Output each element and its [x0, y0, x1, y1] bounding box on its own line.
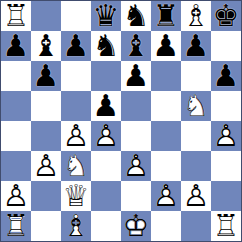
piece-white-rook[interactable]: ♜♖ [1, 211, 31, 241]
piece-black-pawn[interactable]: ♟ [1, 31, 31, 61]
square-b3[interactable]: ♟♙ [31, 151, 61, 181]
square-b6[interactable]: ♟ [31, 61, 61, 91]
square-g7[interactable]: ♟ [181, 31, 211, 61]
white-piece-outline-glyph: ♘ [61, 151, 91, 181]
white-piece-outline-glyph: ♕ [61, 181, 91, 211]
square-g3[interactable] [181, 151, 211, 181]
piece-white-pawn[interactable]: ♟♙ [91, 121, 121, 151]
white-piece-outline-glyph: ♔ [121, 211, 151, 241]
square-c2[interactable]: ♛♕ [61, 181, 91, 211]
white-piece-outline-glyph: ♖ [1, 211, 31, 241]
piece-white-knight[interactable]: ♞♘ [181, 91, 211, 121]
piece-black-rook[interactable]: ♜ [151, 1, 181, 31]
square-a1[interactable]: ♜♖ [1, 211, 31, 241]
white-piece-outline-glyph: ♙ [121, 151, 151, 181]
piece-white-rook[interactable]: ♜♖ [211, 211, 241, 241]
piece-black-bishop[interactable]: ♝ [31, 31, 61, 61]
square-e3[interactable]: ♟♙ [121, 151, 151, 181]
piece-black-bishop[interactable]: ♝ [121, 31, 151, 61]
black-piece-glyph: ♞ [121, 1, 151, 31]
square-a3[interactable] [1, 151, 31, 181]
square-g5[interactable]: ♞♘ [181, 91, 211, 121]
square-f8[interactable]: ♜ [151, 1, 181, 31]
piece-black-pawn[interactable]: ♟ [121, 61, 151, 91]
white-piece-outline-glyph: ♙ [181, 181, 211, 211]
chess-board: ♜♖♛♞♜♝♗♚♟♝♟♞♝♟♟♟♟♟♟♞♘♟♙♟♙♟♙♟♙♞♘♟♙♟♙♛♕♟♙♟… [0, 0, 242, 242]
piece-black-pawn[interactable]: ♟ [61, 31, 91, 61]
white-piece-outline-glyph: ♗ [181, 1, 211, 31]
piece-white-pawn[interactable]: ♟♙ [151, 181, 181, 211]
piece-white-bishop[interactable]: ♝♗ [181, 1, 211, 31]
piece-black-king[interactable]: ♚ [211, 1, 241, 31]
square-b5[interactable] [31, 91, 61, 121]
white-piece-outline-glyph: ♙ [151, 181, 181, 211]
square-c6[interactable] [61, 61, 91, 91]
piece-black-pawn[interactable]: ♟ [91, 91, 121, 121]
piece-white-pawn[interactable]: ♟♙ [31, 151, 61, 181]
square-h3[interactable] [211, 151, 241, 181]
square-e4[interactable] [121, 121, 151, 151]
square-d2[interactable] [91, 181, 121, 211]
piece-white-knight[interactable]: ♞♘ [61, 151, 91, 181]
square-d1[interactable] [91, 211, 121, 241]
piece-black-queen[interactable]: ♛ [91, 1, 121, 31]
piece-white-pawn[interactable]: ♟♙ [1, 181, 31, 211]
piece-white-king[interactable]: ♚♔ [121, 211, 151, 241]
square-c7[interactable]: ♟ [61, 31, 91, 61]
square-g1[interactable] [181, 211, 211, 241]
white-piece-outline-glyph: ♖ [211, 211, 241, 241]
square-h5[interactable] [211, 91, 241, 121]
square-d5[interactable]: ♟ [91, 91, 121, 121]
black-piece-glyph: ♞ [91, 31, 121, 61]
white-piece-outline-glyph: ♙ [1, 181, 31, 211]
square-f3[interactable] [151, 151, 181, 181]
square-c5[interactable] [61, 91, 91, 121]
square-c3[interactable]: ♞♘ [61, 151, 91, 181]
black-piece-glyph: ♝ [121, 31, 151, 61]
black-piece-glyph: ♛ [91, 1, 121, 31]
square-e8[interactable]: ♞ [121, 1, 151, 31]
square-h2[interactable] [211, 181, 241, 211]
square-a5[interactable] [1, 91, 31, 121]
black-piece-glyph: ♟ [61, 31, 91, 61]
square-c4[interactable]: ♟♙ [61, 121, 91, 151]
black-piece-glyph: ♚ [211, 1, 241, 31]
chess-board-container: ♜♖♛♞♜♝♗♚♟♝♟♞♝♟♟♟♟♟♟♞♘♟♙♟♙♟♙♟♙♞♘♟♙♟♙♛♕♟♙♟… [0, 0, 242, 242]
black-piece-glyph: ♟ [151, 31, 181, 61]
square-a6[interactable] [1, 61, 31, 91]
black-piece-glyph: ♜ [151, 1, 181, 31]
piece-white-pawn[interactable]: ♟♙ [121, 151, 151, 181]
square-e7[interactable]: ♝ [121, 31, 151, 61]
piece-white-pawn[interactable]: ♟♙ [211, 121, 241, 151]
piece-black-knight[interactable]: ♞ [121, 1, 151, 31]
black-piece-glyph: ♝ [31, 31, 61, 61]
piece-white-bishop[interactable]: ♝♗ [61, 211, 91, 241]
square-b4[interactable] [31, 121, 61, 151]
square-c1[interactable]: ♝♗ [61, 211, 91, 241]
piece-white-queen[interactable]: ♛♕ [61, 181, 91, 211]
black-piece-glyph: ♟ [211, 61, 241, 91]
white-piece-outline-glyph: ♙ [31, 151, 61, 181]
square-b8[interactable] [31, 1, 61, 31]
square-d6[interactable] [91, 61, 121, 91]
square-b2[interactable] [31, 181, 61, 211]
square-c8[interactable] [61, 1, 91, 31]
square-f1[interactable] [151, 211, 181, 241]
piece-white-pawn[interactable]: ♟♙ [61, 121, 91, 151]
square-e2[interactable] [121, 181, 151, 211]
square-e1[interactable]: ♚♔ [121, 211, 151, 241]
square-f2[interactable]: ♟♙ [151, 181, 181, 211]
square-g2[interactable]: ♟♙ [181, 181, 211, 211]
square-h8[interactable]: ♚ [211, 1, 241, 31]
black-piece-glyph: ♟ [121, 61, 151, 91]
black-piece-glyph: ♟ [181, 31, 211, 61]
white-piece-outline-glyph: ♙ [211, 121, 241, 151]
square-f5[interactable] [151, 91, 181, 121]
square-g4[interactable] [181, 121, 211, 151]
black-piece-glyph: ♟ [1, 31, 31, 61]
white-piece-outline-glyph: ♖ [1, 1, 31, 31]
square-d4[interactable]: ♟♙ [91, 121, 121, 151]
square-h6[interactable]: ♟ [211, 61, 241, 91]
piece-white-rook[interactable]: ♜♖ [1, 1, 31, 31]
square-a8[interactable]: ♜♖ [1, 1, 31, 31]
piece-black-pawn[interactable]: ♟ [211, 61, 241, 91]
black-piece-glyph: ♟ [91, 91, 121, 121]
white-piece-outline-glyph: ♗ [61, 211, 91, 241]
square-h1[interactable]: ♜♖ [211, 211, 241, 241]
square-h7[interactable] [211, 31, 241, 61]
square-g6[interactable] [181, 61, 211, 91]
piece-white-pawn[interactable]: ♟♙ [181, 181, 211, 211]
square-g8[interactable]: ♝♗ [181, 1, 211, 31]
square-f6[interactable] [151, 61, 181, 91]
piece-black-pawn[interactable]: ♟ [181, 31, 211, 61]
square-b1[interactable] [31, 211, 61, 241]
square-d3[interactable] [91, 151, 121, 181]
square-a4[interactable] [1, 121, 31, 151]
square-d7[interactable]: ♞ [91, 31, 121, 61]
square-h4[interactable]: ♟♙ [211, 121, 241, 151]
white-piece-outline-glyph: ♘ [181, 91, 211, 121]
piece-black-pawn[interactable]: ♟ [31, 61, 61, 91]
white-piece-outline-glyph: ♙ [91, 121, 121, 151]
piece-black-knight[interactable]: ♞ [91, 31, 121, 61]
white-piece-outline-glyph: ♙ [61, 121, 91, 151]
square-d8[interactable]: ♛ [91, 1, 121, 31]
square-f7[interactable]: ♟ [151, 31, 181, 61]
piece-black-pawn[interactable]: ♟ [151, 31, 181, 61]
square-e5[interactable] [121, 91, 151, 121]
square-f4[interactable] [151, 121, 181, 151]
black-piece-glyph: ♟ [31, 61, 61, 91]
square-b7[interactable]: ♝ [31, 31, 61, 61]
square-a7[interactable]: ♟ [1, 31, 31, 61]
square-a2[interactable]: ♟♙ [1, 181, 31, 211]
square-e6[interactable]: ♟ [121, 61, 151, 91]
